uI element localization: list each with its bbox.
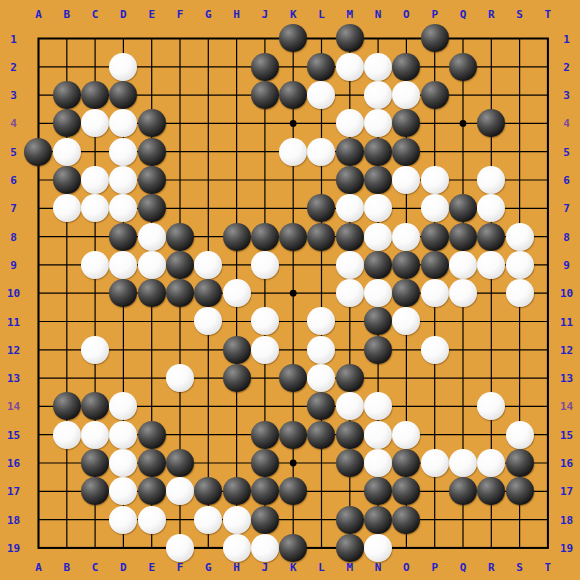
intersection-K18[interactable]	[279, 505, 307, 533]
intersection-N4[interactable]	[364, 109, 392, 137]
intersection-C8[interactable]	[81, 222, 109, 250]
intersection-F9[interactable]	[166, 251, 194, 279]
white-stone[interactable]	[477, 449, 505, 477]
black-stone[interactable]	[477, 109, 505, 137]
intersection-A17[interactable]	[24, 477, 52, 505]
intersection-G2[interactable]	[194, 53, 222, 81]
white-stone[interactable]	[477, 251, 505, 279]
white-stone[interactable]	[421, 194, 449, 222]
intersection-C7[interactable]	[81, 194, 109, 222]
go-board[interactable]	[24, 24, 562, 562]
white-stone[interactable]	[81, 421, 109, 449]
intersection-G7[interactable]	[194, 194, 222, 222]
intersection-N15[interactable]	[364, 421, 392, 449]
intersection-O19[interactable]	[392, 534, 420, 562]
intersection-R12[interactable]	[477, 336, 505, 364]
intersection-A7[interactable]	[24, 194, 52, 222]
white-stone[interactable]	[421, 166, 449, 194]
intersection-F19[interactable]	[166, 534, 194, 562]
white-stone[interactable]	[81, 336, 109, 364]
intersection-A4[interactable]	[24, 109, 52, 137]
intersection-E4[interactable]	[138, 109, 166, 137]
intersection-A3[interactable]	[24, 81, 52, 109]
white-stone[interactable]	[364, 53, 392, 81]
intersection-M15[interactable]	[336, 421, 364, 449]
intersection-G9[interactable]	[194, 251, 222, 279]
intersection-K3[interactable]	[279, 81, 307, 109]
intersection-D10[interactable]	[109, 279, 137, 307]
intersection-T18[interactable]	[534, 505, 562, 533]
intersection-E16[interactable]	[138, 449, 166, 477]
intersection-J17[interactable]	[251, 477, 279, 505]
black-stone[interactable]	[279, 81, 307, 109]
intersection-F15[interactable]	[166, 421, 194, 449]
intersection-R14[interactable]	[477, 392, 505, 420]
black-stone[interactable]	[194, 477, 222, 505]
black-stone[interactable]	[392, 449, 420, 477]
intersection-P5[interactable]	[421, 138, 449, 166]
intersection-R2[interactable]	[477, 53, 505, 81]
intersection-O4[interactable]	[392, 109, 420, 137]
intersection-J10[interactable]	[251, 279, 279, 307]
intersection-T4[interactable]	[534, 109, 562, 137]
black-stone[interactable]	[138, 279, 166, 307]
intersection-S10[interactable]	[505, 279, 533, 307]
intersection-Q13[interactable]	[449, 364, 477, 392]
intersection-G16[interactable]	[194, 449, 222, 477]
intersection-G10[interactable]	[194, 279, 222, 307]
intersection-N10[interactable]	[364, 279, 392, 307]
intersection-B3[interactable]	[53, 81, 81, 109]
white-stone[interactable]	[81, 166, 109, 194]
intersection-K5[interactable]	[279, 138, 307, 166]
black-stone[interactable]	[223, 364, 251, 392]
intersection-C16[interactable]	[81, 449, 109, 477]
black-stone[interactable]	[307, 392, 335, 420]
intersection-Q3[interactable]	[449, 81, 477, 109]
intersection-F3[interactable]	[166, 81, 194, 109]
intersection-K16[interactable]	[279, 449, 307, 477]
black-stone[interactable]	[251, 223, 279, 251]
white-stone[interactable]	[138, 223, 166, 251]
intersection-R11[interactable]	[477, 307, 505, 335]
intersection-E19[interactable]	[138, 534, 166, 562]
intersection-L2[interactable]	[307, 53, 335, 81]
intersection-L15[interactable]	[307, 421, 335, 449]
intersection-L7[interactable]	[307, 194, 335, 222]
intersection-E14[interactable]	[138, 392, 166, 420]
intersection-M19[interactable]	[336, 534, 364, 562]
intersection-H4[interactable]	[222, 109, 250, 137]
intersection-H17[interactable]	[222, 477, 250, 505]
intersection-J9[interactable]	[251, 251, 279, 279]
black-stone[interactable]	[81, 392, 109, 420]
intersection-B6[interactable]	[53, 166, 81, 194]
white-stone[interactable]	[336, 251, 364, 279]
white-stone[interactable]	[506, 251, 534, 279]
intersection-J3[interactable]	[251, 81, 279, 109]
intersection-N17[interactable]	[364, 477, 392, 505]
intersection-S6[interactable]	[505, 166, 533, 194]
intersection-F14[interactable]	[166, 392, 194, 420]
black-stone[interactable]	[279, 421, 307, 449]
white-stone[interactable]	[109, 421, 137, 449]
white-stone[interactable]	[223, 506, 251, 534]
intersection-N3[interactable]	[364, 81, 392, 109]
white-stone[interactable]	[307, 307, 335, 335]
intersection-A10[interactable]	[24, 279, 52, 307]
intersection-T14[interactable]	[534, 392, 562, 420]
intersection-L16[interactable]	[307, 449, 335, 477]
intersection-H6[interactable]	[222, 166, 250, 194]
intersection-F6[interactable]	[166, 166, 194, 194]
intersection-L10[interactable]	[307, 279, 335, 307]
intersection-A19[interactable]	[24, 534, 52, 562]
intersection-G5[interactable]	[194, 138, 222, 166]
intersection-N18[interactable]	[364, 505, 392, 533]
black-stone[interactable]	[392, 506, 420, 534]
intersection-S18[interactable]	[505, 505, 533, 533]
intersection-G17[interactable]	[194, 477, 222, 505]
intersection-S17[interactable]	[505, 477, 533, 505]
intersection-L13[interactable]	[307, 364, 335, 392]
intersection-B18[interactable]	[53, 505, 81, 533]
intersection-K12[interactable]	[279, 336, 307, 364]
intersection-N6[interactable]	[364, 166, 392, 194]
intersection-G1[interactable]	[194, 24, 222, 52]
intersection-L11[interactable]	[307, 307, 335, 335]
intersection-C3[interactable]	[81, 81, 109, 109]
intersection-K6[interactable]	[279, 166, 307, 194]
intersection-F11[interactable]	[166, 307, 194, 335]
intersection-L14[interactable]	[307, 392, 335, 420]
intersection-D18[interactable]	[109, 505, 137, 533]
black-stone[interactable]	[251, 53, 279, 81]
intersection-D15[interactable]	[109, 421, 137, 449]
intersection-R19[interactable]	[477, 534, 505, 562]
black-stone[interactable]	[109, 279, 137, 307]
intersection-B12[interactable]	[53, 336, 81, 364]
intersection-O1[interactable]	[392, 24, 420, 52]
intersection-O15[interactable]	[392, 421, 420, 449]
intersection-E6[interactable]	[138, 166, 166, 194]
intersection-J12[interactable]	[251, 336, 279, 364]
intersection-H12[interactable]	[222, 336, 250, 364]
intersection-Q10[interactable]	[449, 279, 477, 307]
white-stone[interactable]	[223, 279, 251, 307]
intersection-Q18[interactable]	[449, 505, 477, 533]
intersection-A15[interactable]	[24, 421, 52, 449]
intersection-C5[interactable]	[81, 138, 109, 166]
intersection-P6[interactable]	[421, 166, 449, 194]
intersection-F2[interactable]	[166, 53, 194, 81]
white-stone[interactable]	[364, 223, 392, 251]
intersection-D17[interactable]	[109, 477, 137, 505]
intersection-M2[interactable]	[336, 53, 364, 81]
black-stone[interactable]	[364, 506, 392, 534]
intersection-E17[interactable]	[138, 477, 166, 505]
intersection-S14[interactable]	[505, 392, 533, 420]
intersection-N5[interactable]	[364, 138, 392, 166]
intersection-K4[interactable]	[279, 109, 307, 137]
white-stone[interactable]	[364, 421, 392, 449]
intersection-S5[interactable]	[505, 138, 533, 166]
intersection-J1[interactable]	[251, 24, 279, 52]
white-stone[interactable]	[81, 109, 109, 137]
intersection-T1[interactable]	[534, 24, 562, 52]
black-stone[interactable]	[251, 506, 279, 534]
intersection-P12[interactable]	[421, 336, 449, 364]
black-stone[interactable]	[449, 477, 477, 505]
white-stone[interactable]	[109, 109, 137, 137]
white-stone[interactable]	[81, 251, 109, 279]
intersection-K9[interactable]	[279, 251, 307, 279]
black-stone[interactable]	[53, 81, 81, 109]
intersection-M5[interactable]	[336, 138, 364, 166]
intersection-O2[interactable]	[392, 53, 420, 81]
intersection-P4[interactable]	[421, 109, 449, 137]
intersection-C14[interactable]	[81, 392, 109, 420]
intersection-L17[interactable]	[307, 477, 335, 505]
black-stone[interactable]	[392, 279, 420, 307]
intersection-T13[interactable]	[534, 364, 562, 392]
intersection-R10[interactable]	[477, 279, 505, 307]
white-stone[interactable]	[449, 449, 477, 477]
white-stone[interactable]	[364, 81, 392, 109]
black-stone[interactable]	[81, 477, 109, 505]
intersection-A16[interactable]	[24, 449, 52, 477]
intersection-Q8[interactable]	[449, 222, 477, 250]
white-stone[interactable]	[336, 392, 364, 420]
white-stone[interactable]	[251, 534, 279, 562]
intersection-N13[interactable]	[364, 364, 392, 392]
white-stone[interactable]	[307, 81, 335, 109]
intersection-E2[interactable]	[138, 53, 166, 81]
black-stone[interactable]	[166, 223, 194, 251]
intersection-H5[interactable]	[222, 138, 250, 166]
intersection-Q17[interactable]	[449, 477, 477, 505]
white-stone[interactable]	[251, 307, 279, 335]
white-stone[interactable]	[421, 279, 449, 307]
white-stone[interactable]	[109, 251, 137, 279]
intersection-B14[interactable]	[53, 392, 81, 420]
black-stone[interactable]	[279, 534, 307, 562]
white-stone[interactable]	[364, 392, 392, 420]
intersection-R7[interactable]	[477, 194, 505, 222]
intersection-R17[interactable]	[477, 477, 505, 505]
intersection-H15[interactable]	[222, 421, 250, 449]
intersection-P19[interactable]	[421, 534, 449, 562]
black-stone[interactable]	[392, 138, 420, 166]
intersection-T16[interactable]	[534, 449, 562, 477]
intersection-A6[interactable]	[24, 166, 52, 194]
white-stone[interactable]	[53, 421, 81, 449]
intersection-C17[interactable]	[81, 477, 109, 505]
intersection-C6[interactable]	[81, 166, 109, 194]
intersection-M16[interactable]	[336, 449, 364, 477]
black-stone[interactable]	[166, 449, 194, 477]
intersection-O9[interactable]	[392, 251, 420, 279]
intersection-G8[interactable]	[194, 222, 222, 250]
white-stone[interactable]	[506, 279, 534, 307]
white-stone[interactable]	[109, 506, 137, 534]
intersection-T8[interactable]	[534, 222, 562, 250]
intersection-C9[interactable]	[81, 251, 109, 279]
black-stone[interactable]	[336, 166, 364, 194]
intersection-B13[interactable]	[53, 364, 81, 392]
black-stone[interactable]	[138, 109, 166, 137]
intersection-P9[interactable]	[421, 251, 449, 279]
white-stone[interactable]	[506, 421, 534, 449]
intersection-D1[interactable]	[109, 24, 137, 52]
black-stone[interactable]	[477, 223, 505, 251]
intersection-R15[interactable]	[477, 421, 505, 449]
white-stone[interactable]	[109, 449, 137, 477]
black-stone[interactable]	[421, 81, 449, 109]
intersection-B10[interactable]	[53, 279, 81, 307]
white-stone[interactable]	[109, 477, 137, 505]
intersection-O14[interactable]	[392, 392, 420, 420]
intersection-S7[interactable]	[505, 194, 533, 222]
intersection-M10[interactable]	[336, 279, 364, 307]
black-stone[interactable]	[138, 477, 166, 505]
black-stone[interactable]	[138, 138, 166, 166]
intersection-N8[interactable]	[364, 222, 392, 250]
intersection-F4[interactable]	[166, 109, 194, 137]
intersection-M18[interactable]	[336, 505, 364, 533]
white-stone[interactable]	[251, 251, 279, 279]
intersection-F12[interactable]	[166, 336, 194, 364]
intersection-B9[interactable]	[53, 251, 81, 279]
intersection-M4[interactable]	[336, 109, 364, 137]
intersection-Q4[interactable]	[449, 109, 477, 137]
intersection-F5[interactable]	[166, 138, 194, 166]
intersection-S9[interactable]	[505, 251, 533, 279]
white-stone[interactable]	[194, 506, 222, 534]
intersection-L8[interactable]	[307, 222, 335, 250]
white-stone[interactable]	[166, 477, 194, 505]
intersection-L1[interactable]	[307, 24, 335, 52]
intersection-F13[interactable]	[166, 364, 194, 392]
black-stone[interactable]	[194, 279, 222, 307]
black-stone[interactable]	[109, 223, 137, 251]
white-stone[interactable]	[223, 534, 251, 562]
intersection-M12[interactable]	[336, 336, 364, 364]
intersection-A18[interactable]	[24, 505, 52, 533]
intersection-H3[interactable]	[222, 81, 250, 109]
white-stone[interactable]	[166, 534, 194, 562]
intersection-S15[interactable]	[505, 421, 533, 449]
white-stone[interactable]	[81, 194, 109, 222]
black-stone[interactable]	[336, 24, 364, 52]
intersection-O5[interactable]	[392, 138, 420, 166]
intersection-K8[interactable]	[279, 222, 307, 250]
intersection-K14[interactable]	[279, 392, 307, 420]
intersection-N2[interactable]	[364, 53, 392, 81]
white-stone[interactable]	[279, 138, 307, 166]
intersection-P8[interactable]	[421, 222, 449, 250]
white-stone[interactable]	[392, 166, 420, 194]
intersection-L5[interactable]	[307, 138, 335, 166]
intersection-T12[interactable]	[534, 336, 562, 364]
black-stone[interactable]	[138, 421, 166, 449]
black-stone[interactable]	[279, 364, 307, 392]
intersection-R8[interactable]	[477, 222, 505, 250]
black-stone[interactable]	[506, 477, 534, 505]
black-stone[interactable]	[336, 421, 364, 449]
intersection-K11[interactable]	[279, 307, 307, 335]
black-stone[interactable]	[336, 534, 364, 562]
intersection-C10[interactable]	[81, 279, 109, 307]
intersection-R3[interactable]	[477, 81, 505, 109]
intersection-N12[interactable]	[364, 336, 392, 364]
intersection-Q9[interactable]	[449, 251, 477, 279]
black-stone[interactable]	[223, 477, 251, 505]
intersection-M8[interactable]	[336, 222, 364, 250]
black-stone[interactable]	[506, 449, 534, 477]
intersection-L6[interactable]	[307, 166, 335, 194]
black-stone[interactable]	[392, 251, 420, 279]
black-stone[interactable]	[449, 223, 477, 251]
white-stone[interactable]	[138, 506, 166, 534]
black-stone[interactable]	[336, 449, 364, 477]
white-stone[interactable]	[477, 392, 505, 420]
black-stone[interactable]	[449, 194, 477, 222]
intersection-J18[interactable]	[251, 505, 279, 533]
intersection-O18[interactable]	[392, 505, 420, 533]
intersection-B2[interactable]	[53, 53, 81, 81]
black-stone[interactable]	[24, 138, 52, 166]
black-stone[interactable]	[364, 307, 392, 335]
intersection-L3[interactable]	[307, 81, 335, 109]
intersection-O3[interactable]	[392, 81, 420, 109]
intersection-F16[interactable]	[166, 449, 194, 477]
intersection-R4[interactable]	[477, 109, 505, 137]
intersection-E18[interactable]	[138, 505, 166, 533]
white-stone[interactable]	[166, 364, 194, 392]
intersection-D4[interactable]	[109, 109, 137, 137]
intersection-B5[interactable]	[53, 138, 81, 166]
intersection-S16[interactable]	[505, 449, 533, 477]
intersection-T6[interactable]	[534, 166, 562, 194]
intersection-T2[interactable]	[534, 53, 562, 81]
black-stone[interactable]	[392, 53, 420, 81]
black-stone[interactable]	[421, 24, 449, 52]
intersection-F18[interactable]	[166, 505, 194, 533]
intersection-N9[interactable]	[364, 251, 392, 279]
intersection-M6[interactable]	[336, 166, 364, 194]
intersection-K2[interactable]	[279, 53, 307, 81]
intersection-K15[interactable]	[279, 421, 307, 449]
intersection-J2[interactable]	[251, 53, 279, 81]
intersection-B8[interactable]	[53, 222, 81, 250]
intersection-S19[interactable]	[505, 534, 533, 562]
intersection-F7[interactable]	[166, 194, 194, 222]
black-stone[interactable]	[138, 194, 166, 222]
black-stone[interactable]	[364, 138, 392, 166]
white-stone[interactable]	[336, 109, 364, 137]
intersection-F8[interactable]	[166, 222, 194, 250]
intersection-K13[interactable]	[279, 364, 307, 392]
intersection-A2[interactable]	[24, 53, 52, 81]
black-stone[interactable]	[336, 138, 364, 166]
intersection-G15[interactable]	[194, 421, 222, 449]
intersection-J11[interactable]	[251, 307, 279, 335]
intersection-Q19[interactable]	[449, 534, 477, 562]
intersection-A13[interactable]	[24, 364, 52, 392]
intersection-P13[interactable]	[421, 364, 449, 392]
intersection-S11[interactable]	[505, 307, 533, 335]
